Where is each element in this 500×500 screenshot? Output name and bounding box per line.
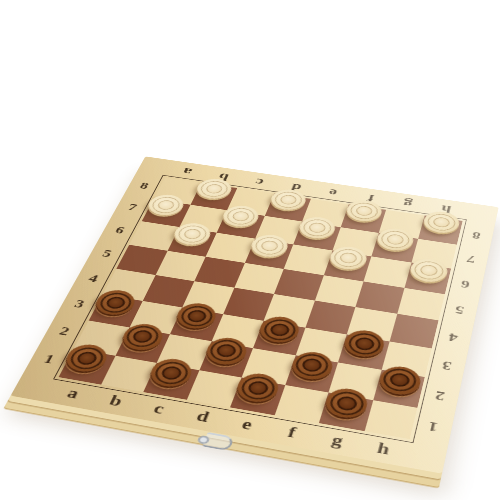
- rank-label-right-3: 3: [431, 354, 464, 377]
- rank-label-left-3: 3: [62, 294, 97, 315]
- file-label-bottom-b: b: [90, 388, 142, 415]
- rank-label-left-5: 5: [90, 244, 123, 263]
- rank-label-left-7: 7: [117, 199, 148, 217]
- rank-label-left-2: 2: [47, 320, 83, 342]
- rank-label-right-8: 8: [462, 226, 491, 244]
- clasp-latch-icon: [202, 432, 235, 451]
- file-label-bottom-c: c: [133, 395, 185, 422]
- rank-label-left-4: 4: [76, 269, 110, 289]
- rank-label-right-5: 5: [444, 299, 475, 320]
- checkers-board: aabbccddeeffgghh1122334455667788: [11, 156, 499, 473]
- file-label-bottom-e: e: [221, 411, 273, 439]
- file-label-bottom-h: h: [357, 434, 409, 463]
- rank-label-right-1: 1: [416, 414, 450, 439]
- product-photo-canvas: aabbccddeeffgghh1122334455667788: [0, 0, 500, 500]
- file-label-bottom-d: d: [177, 403, 229, 431]
- rank-label-left-6: 6: [104, 221, 136, 239]
- rank-label-right-6: 6: [450, 274, 480, 294]
- square-h1[interactable]: [364, 400, 418, 440]
- file-label-bottom-g: g: [311, 426, 363, 455]
- file-label-bottom-a: a: [47, 380, 99, 407]
- rank-label-left-1: 1: [31, 348, 68, 371]
- rank-label-left-8: 8: [129, 177, 160, 194]
- rank-label-right-2: 2: [423, 383, 456, 407]
- rank-label-right-7: 7: [456, 249, 486, 268]
- rank-label-right-4: 4: [437, 326, 469, 348]
- file-label-bottom-f: f: [266, 418, 318, 446]
